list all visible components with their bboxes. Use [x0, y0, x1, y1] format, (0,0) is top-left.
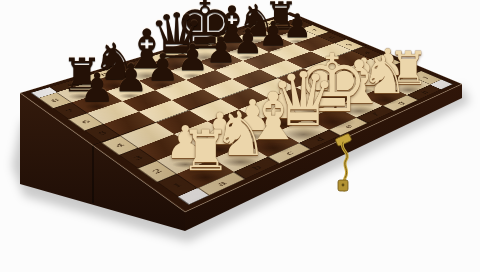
chess-board: abcdefghabcdefgh8765432187654321 — [20, 12, 462, 212]
clasp-screw — [342, 184, 345, 187]
chess-set-photo: abcdefghabcdefgh8765432187654321 ♜♞♝♛♚♝♞… — [0, 0, 480, 272]
brass-clasp — [335, 133, 352, 191]
clasp-hook-shade — [342, 142, 347, 178]
clasp-hook — [342, 142, 347, 190]
clasp-catch — [338, 180, 348, 191]
